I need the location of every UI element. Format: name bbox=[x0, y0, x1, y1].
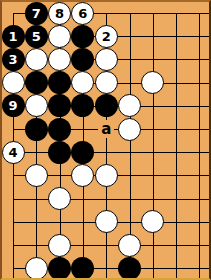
stone-white[interactable] bbox=[71, 71, 94, 94]
stone-black-move-1[interactable]: 1 bbox=[2, 25, 25, 48]
stone-black[interactable] bbox=[95, 94, 118, 117]
stone-white[interactable] bbox=[118, 118, 141, 141]
stone-black-move-3[interactable]: 3 bbox=[2, 48, 25, 71]
stone-black[interactable] bbox=[71, 141, 94, 164]
go-board: 786152394a bbox=[2, 2, 209, 278]
grid-hline bbox=[13, 152, 209, 153]
stone-black-move-5[interactable]: 5 bbox=[25, 25, 48, 48]
stone-white[interactable] bbox=[71, 164, 94, 187]
stone-white[interactable] bbox=[25, 257, 48, 278]
stone-white[interactable] bbox=[141, 71, 164, 94]
stone-white-move-8[interactable]: 8 bbox=[48, 2, 71, 25]
stone-white-move-6[interactable]: 6 bbox=[71, 2, 94, 25]
grid-vline bbox=[199, 13, 200, 278]
stone-black[interactable] bbox=[25, 118, 48, 141]
stone-black[interactable] bbox=[48, 94, 71, 117]
grid-vline bbox=[153, 13, 154, 278]
stone-white[interactable] bbox=[25, 94, 48, 117]
stone-black[interactable] bbox=[71, 25, 94, 48]
stone-black[interactable] bbox=[48, 71, 71, 94]
stone-white[interactable] bbox=[48, 234, 71, 257]
stone-white[interactable] bbox=[25, 164, 48, 187]
stone-black[interactable] bbox=[48, 257, 71, 278]
go-diagram: 786152394a bbox=[0, 0, 211, 280]
stone-white-move-2[interactable]: 2 bbox=[95, 25, 118, 48]
stone-black[interactable] bbox=[25, 71, 48, 94]
grid-vline bbox=[176, 13, 177, 278]
stone-white[interactable] bbox=[2, 71, 25, 94]
stone-white[interactable] bbox=[95, 210, 118, 233]
stone-black[interactable] bbox=[71, 48, 94, 71]
grid-hline bbox=[13, 199, 209, 200]
stone-black[interactable] bbox=[48, 118, 71, 141]
stone-white[interactable] bbox=[141, 210, 164, 233]
stone-white[interactable] bbox=[48, 48, 71, 71]
stone-white[interactable] bbox=[118, 234, 141, 257]
stone-black-move-9[interactable]: 9 bbox=[2, 94, 25, 117]
stone-white-move-4[interactable]: 4 bbox=[2, 141, 25, 164]
stone-white[interactable] bbox=[25, 48, 48, 71]
stone-white[interactable] bbox=[48, 187, 71, 210]
stone-white[interactable] bbox=[118, 94, 141, 117]
stone-black[interactable] bbox=[71, 257, 94, 278]
stone-white[interactable] bbox=[95, 48, 118, 71]
point-label-a[interactable]: a bbox=[98, 120, 114, 138]
stone-white[interactable] bbox=[48, 25, 71, 48]
stone-black[interactable] bbox=[118, 257, 141, 278]
grid-hline bbox=[13, 245, 209, 246]
stone-white[interactable] bbox=[95, 164, 118, 187]
stone-black-move-7[interactable]: 7 bbox=[25, 2, 48, 25]
stone-black[interactable] bbox=[71, 94, 94, 117]
stone-white[interactable] bbox=[95, 71, 118, 94]
stone-black[interactable] bbox=[48, 141, 71, 164]
